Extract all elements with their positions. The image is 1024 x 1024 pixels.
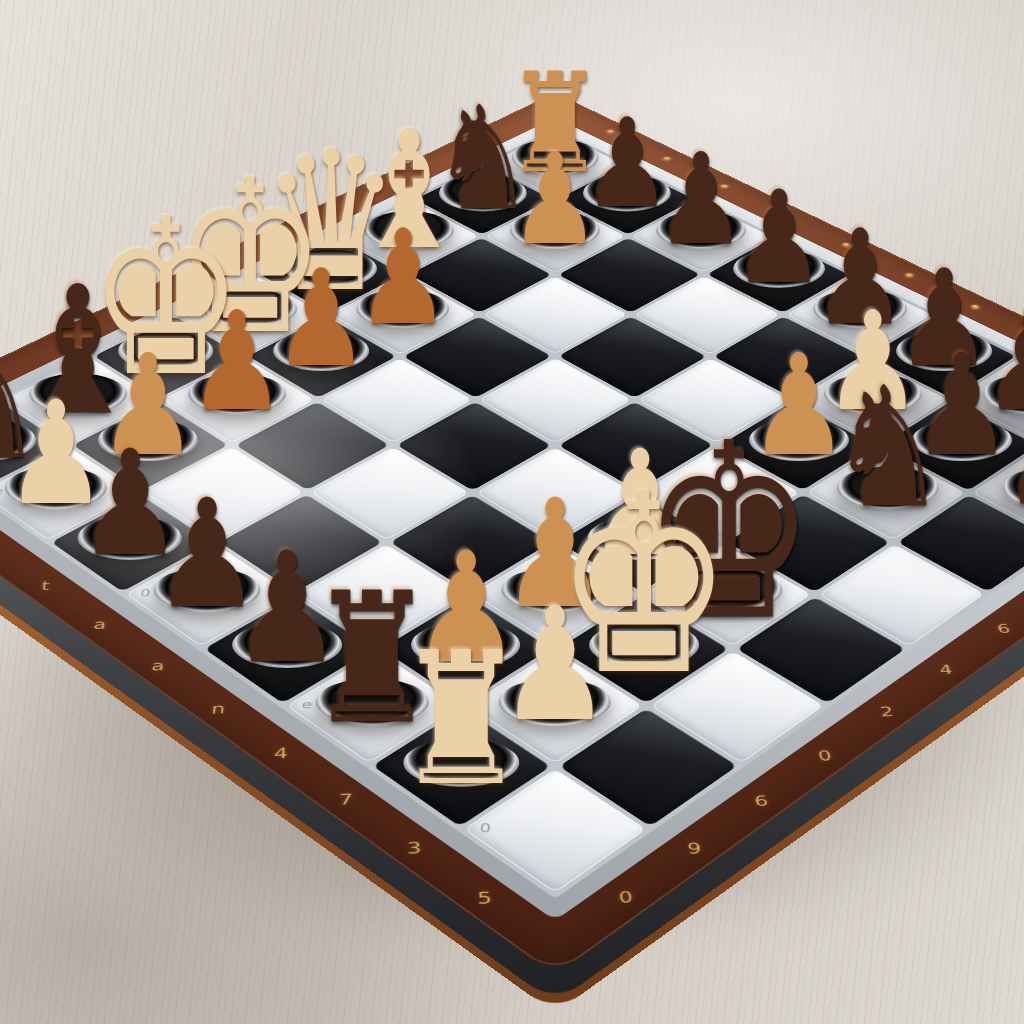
- tile-engraving: e: [0, 486, 5, 497]
- gold-inlay-dot: [662, 156, 672, 161]
- gold-inlay-dot: [606, 129, 616, 134]
- gold-inlay-dot: [970, 304, 981, 310]
- rail-letter: a: [151, 658, 165, 674]
- gold-inlay-dot: [720, 184, 730, 189]
- tile-engraving: 0: [139, 587, 151, 599]
- rail-letter: 3: [407, 838, 422, 856]
- rail-numeral: 2: [879, 704, 895, 720]
- rail-letter: 4: [274, 744, 288, 761]
- rail-numeral: 0: [618, 888, 634, 906]
- tile-engraving: 0: [479, 821, 491, 835]
- rail-numeral: 4: [938, 662, 954, 677]
- gold-inlay-dot: [841, 242, 851, 247]
- rail-letter: 5: [477, 888, 493, 907]
- rail-letter: 7: [339, 790, 353, 808]
- gold-inlay-dot: [904, 273, 914, 278]
- rail-numeral: 6: [753, 793, 769, 810]
- rail-numeral: 6: [996, 621, 1012, 636]
- gold-inlay-dot: [779, 213, 789, 218]
- rail-letter: n: [211, 700, 226, 716]
- rail-numeral: 9: [687, 839, 703, 857]
- rail-letter: a: [93, 617, 107, 632]
- rail-numeral: 0: [817, 747, 833, 763]
- scene: e0e0 10916420690 rhitaan4735 ♞♝♚♚♛♝♞♜♟♟♟…: [0, 0, 1024, 1024]
- rail-letter: t: [40, 578, 50, 593]
- tile-engraving: e: [301, 698, 313, 711]
